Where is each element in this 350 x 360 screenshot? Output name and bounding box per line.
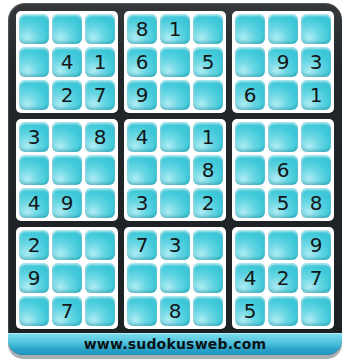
site-url-link[interactable]: www.sudokusweb.com <box>84 336 267 352</box>
sudoku-board: 412781659936138494183265829773894275 <box>16 11 334 329</box>
cell-r2c5[interactable] <box>160 47 190 77</box>
cell-r5c9[interactable] <box>301 155 331 185</box>
cell-r5c6[interactable]: 8 <box>193 155 223 185</box>
cell-r8c4[interactable] <box>127 263 157 293</box>
cell-r4c2[interactable] <box>52 122 82 152</box>
cell-r7c7[interactable] <box>235 230 265 260</box>
cell-r7c4[interactable]: 7 <box>127 230 157 260</box>
cell-r8c6[interactable] <box>193 263 223 293</box>
cell-r3c4[interactable]: 9 <box>127 80 157 110</box>
cell-r5c1[interactable] <box>19 155 49 185</box>
cell-r7c8[interactable] <box>268 230 298 260</box>
cell-r4c9[interactable] <box>301 122 331 152</box>
cell-r5c4[interactable] <box>127 155 157 185</box>
cell-r1c1[interactable] <box>19 14 49 44</box>
cell-r2c6[interactable]: 5 <box>193 47 223 77</box>
cell-r6c6[interactable]: 2 <box>193 188 223 218</box>
cell-r9c7[interactable]: 5 <box>235 296 265 326</box>
cell-r3c8[interactable] <box>268 80 298 110</box>
cell-r3c3[interactable]: 7 <box>85 80 115 110</box>
cell-r7c2[interactable] <box>52 230 82 260</box>
cell-r9c9[interactable] <box>301 296 331 326</box>
cell-r4c4[interactable]: 4 <box>127 122 157 152</box>
cell-r1c9[interactable] <box>301 14 331 44</box>
box-r3c3: 94275 <box>232 227 334 329</box>
cell-r8c8[interactable]: 2 <box>268 263 298 293</box>
cell-r6c7[interactable] <box>235 188 265 218</box>
cell-r1c6[interactable] <box>193 14 223 44</box>
cell-r5c5[interactable] <box>160 155 190 185</box>
cell-r8c7[interactable]: 4 <box>235 263 265 293</box>
box-r2c1: 3849 <box>16 119 118 221</box>
cell-r7c1[interactable]: 2 <box>19 230 49 260</box>
cell-r3c1[interactable] <box>19 80 49 110</box>
cell-r9c8[interactable] <box>268 296 298 326</box>
box-r1c2: 81659 <box>124 11 226 113</box>
cell-r1c4[interactable]: 8 <box>127 14 157 44</box>
cell-r7c6[interactable] <box>193 230 223 260</box>
cell-r9c2[interactable]: 7 <box>52 296 82 326</box>
cell-r9c6[interactable] <box>193 296 223 326</box>
cell-r6c8[interactable]: 5 <box>268 188 298 218</box>
cell-r2c3[interactable]: 1 <box>85 47 115 77</box>
cell-r1c8[interactable] <box>268 14 298 44</box>
cell-r3c7[interactable]: 6 <box>235 80 265 110</box>
box-r1c1: 4127 <box>16 11 118 113</box>
box-r2c2: 41832 <box>124 119 226 221</box>
cell-r4c1[interactable]: 3 <box>19 122 49 152</box>
cell-r6c2[interactable]: 9 <box>52 188 82 218</box>
cell-r2c7[interactable] <box>235 47 265 77</box>
cell-r6c5[interactable] <box>160 188 190 218</box>
cell-r1c5[interactable]: 1 <box>160 14 190 44</box>
cell-r8c9[interactable]: 7 <box>301 263 331 293</box>
cell-r7c5[interactable]: 3 <box>160 230 190 260</box>
board-frame: 412781659936138494183265829773894275 www… <box>8 3 342 355</box>
cell-r9c3[interactable] <box>85 296 115 326</box>
cell-r9c4[interactable] <box>127 296 157 326</box>
cell-r4c5[interactable] <box>160 122 190 152</box>
cell-r6c4[interactable]: 3 <box>127 188 157 218</box>
cell-r5c7[interactable] <box>235 155 265 185</box>
cell-r1c3[interactable] <box>85 14 115 44</box>
box-r1c3: 9361 <box>232 11 334 113</box>
cell-r5c3[interactable] <box>85 155 115 185</box>
cell-r3c6[interactable] <box>193 80 223 110</box>
box-r2c3: 658 <box>232 119 334 221</box>
cell-r3c2[interactable]: 2 <box>52 80 82 110</box>
cell-r4c6[interactable]: 1 <box>193 122 223 152</box>
cell-r3c5[interactable] <box>160 80 190 110</box>
cell-r2c8[interactable]: 9 <box>268 47 298 77</box>
cell-r9c1[interactable] <box>19 296 49 326</box>
cell-r6c9[interactable]: 8 <box>301 188 331 218</box>
footer-bar: www.sudokusweb.com <box>8 333 342 355</box>
cell-r4c3[interactable]: 8 <box>85 122 115 152</box>
box-r3c2: 738 <box>124 227 226 329</box>
cell-r8c1[interactable]: 9 <box>19 263 49 293</box>
cell-r6c3[interactable] <box>85 188 115 218</box>
cell-r7c3[interactable] <box>85 230 115 260</box>
cell-r9c5[interactable]: 8 <box>160 296 190 326</box>
cell-r2c2[interactable]: 4 <box>52 47 82 77</box>
cell-r5c8[interactable]: 6 <box>268 155 298 185</box>
box-r3c1: 297 <box>16 227 118 329</box>
cell-r1c2[interactable] <box>52 14 82 44</box>
cell-r2c4[interactable]: 6 <box>127 47 157 77</box>
cell-r8c5[interactable] <box>160 263 190 293</box>
cell-r2c9[interactable]: 3 <box>301 47 331 77</box>
sudoku-page: 412781659936138494183265829773894275 www… <box>0 0 350 360</box>
cell-r2c1[interactable] <box>19 47 49 77</box>
cell-r8c3[interactable] <box>85 263 115 293</box>
cell-r4c8[interactable] <box>268 122 298 152</box>
cell-r8c2[interactable] <box>52 263 82 293</box>
cell-r7c9[interactable]: 9 <box>301 230 331 260</box>
cell-r1c7[interactable] <box>235 14 265 44</box>
cell-r6c1[interactable]: 4 <box>19 188 49 218</box>
cell-r5c2[interactable] <box>52 155 82 185</box>
cell-r4c7[interactable] <box>235 122 265 152</box>
cell-r3c9[interactable]: 1 <box>301 80 331 110</box>
